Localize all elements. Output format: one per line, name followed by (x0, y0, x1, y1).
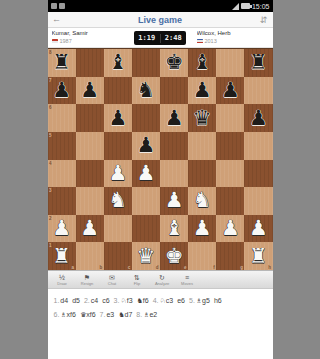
square-h2[interactable]: ♟ (244, 215, 272, 243)
move-black[interactable]: ♛xf6 (80, 311, 96, 318)
analyze-icon: ↻ (159, 274, 165, 281)
square-b2[interactable]: ♟ (76, 215, 104, 243)
coord-rank-3: 3 (49, 188, 52, 193)
player-right: Wilcox, Herb 2013 (197, 30, 269, 44)
black-pawn-b7: ♟ (80, 80, 99, 101)
move-white[interactable]: ♘f3 (120, 297, 132, 304)
square-a6[interactable]: 6 (48, 104, 76, 132)
player-left: Kumar, Samir 1987 (52, 30, 124, 44)
moves-icon: ≡ (185, 274, 189, 281)
square-c8[interactable]: ♝ (104, 49, 132, 77)
square-f6[interactable]: ♛ (188, 104, 216, 132)
player-right-name: Wilcox, Herb (197, 30, 269, 38)
white-pawn-f2: ♟ (193, 218, 212, 239)
flip-icon: ⇅ (134, 274, 140, 281)
white-rook-h1: ♜ (249, 246, 268, 267)
square-h5[interactable] (244, 132, 272, 160)
toolbar-label: Moves (181, 282, 193, 286)
game-clock: 1:19 2:48 (134, 31, 186, 45)
move-number: 1. (54, 297, 60, 304)
white-knight-f3: ♞ (193, 190, 212, 211)
white-pawn-a2: ♟ (52, 218, 71, 239)
coord-rank-6: 6 (49, 105, 52, 110)
status-time: 15:05 (252, 3, 270, 10)
square-e6[interactable]: ♟ (160, 104, 188, 132)
square-b7[interactable]: ♟ (76, 77, 104, 105)
coord-file-f: f (213, 265, 215, 270)
square-e1[interactable]: e♚ (160, 242, 188, 270)
square-d2[interactable] (132, 215, 160, 243)
square-b1[interactable]: b (76, 242, 104, 270)
square-g3[interactable] (216, 187, 244, 215)
flip-board-icon[interactable]: ⇵ (255, 15, 273, 25)
square-g1[interactable]: g (216, 242, 244, 270)
notification-icon (59, 3, 65, 9)
clock-right: 2:48 (161, 34, 187, 42)
square-e7[interactable] (160, 77, 188, 105)
square-g5[interactable] (216, 132, 244, 160)
square-d3[interactable] (132, 187, 160, 215)
white-king-e1: ♚ (165, 246, 184, 267)
move-white[interactable]: ♗xf6 (60, 311, 76, 318)
square-b6[interactable] (76, 104, 104, 132)
battery-icon (241, 3, 250, 9)
black-pawn-h6: ♟ (249, 108, 268, 129)
white-rook-a1: ♜ (52, 246, 71, 267)
square-d8[interactable] (132, 49, 160, 77)
toolbar-flip-button[interactable]: ⇅Flip (125, 274, 150, 286)
black-pawn-d5: ♟ (137, 135, 156, 156)
square-f1[interactable]: f (188, 242, 216, 270)
toolbar-analyze-button[interactable]: ↻Analyze (150, 274, 175, 286)
square-c3[interactable]: ♞ (104, 187, 132, 215)
game-toolbar: ½Draw⚑Resign✉Chat⇅Flip↻Analyze≡Moves (48, 270, 273, 289)
white-pawn-e3: ♟ (165, 190, 184, 211)
square-f4[interactable] (188, 160, 216, 188)
player-left-flag-icon (52, 39, 58, 43)
move-white[interactable]: d4 (60, 297, 68, 304)
coord-file-a: a (72, 265, 75, 270)
signal-icon (232, 3, 239, 10)
toolbar-draw-button[interactable]: ½Draw (50, 274, 75, 286)
square-c4[interactable]: ♟ (104, 160, 132, 188)
square-h6[interactable]: ♟ (244, 104, 272, 132)
square-h1[interactable]: h♜ (244, 242, 272, 270)
draw-icon: ½ (59, 274, 65, 281)
coord-file-g: g (240, 265, 243, 270)
square-b5[interactable] (76, 132, 104, 160)
square-e8[interactable]: ♚ (160, 49, 188, 77)
coord-rank-1: 1 (49, 243, 52, 248)
move-number: 5. (189, 297, 195, 304)
square-d1[interactable]: d♛ (132, 242, 160, 270)
move-white[interactable]: ♗e2 (143, 311, 157, 318)
status-bar: 15:05 (48, 0, 273, 12)
black-rook-a8: ♜ (52, 52, 71, 73)
square-f2[interactable]: ♟ (188, 215, 216, 243)
toolbar-label: Analyze (155, 282, 169, 286)
square-g7[interactable]: ♟ (216, 77, 244, 105)
toolbar-label: Chat (108, 282, 116, 286)
player-right-rating: 2013 (205, 38, 217, 45)
coord-rank-5: 5 (49, 133, 52, 138)
square-b4[interactable] (76, 160, 104, 188)
black-pawn-a7: ♟ (52, 80, 71, 101)
move-number: 2. (84, 297, 90, 304)
square-g8[interactable] (216, 49, 244, 77)
white-pawn-h2: ♟ (249, 218, 268, 239)
square-h3[interactable] (244, 187, 272, 215)
white-pawn-c4: ♟ (108, 163, 127, 184)
white-knight-c3: ♞ (108, 190, 127, 211)
black-pawn-e6: ♟ (165, 108, 184, 129)
square-b8[interactable] (76, 49, 104, 77)
move-black[interactable]: c6 (102, 297, 109, 304)
square-a1[interactable]: 1a♜ (48, 242, 76, 270)
black-pawn-f7: ♟ (193, 80, 212, 101)
black-queen-f6: ♛ (193, 108, 212, 129)
square-f5[interactable] (188, 132, 216, 160)
square-g6[interactable] (216, 104, 244, 132)
move-black[interactable]: e6 (177, 297, 185, 304)
coord-rank-7: 7 (49, 78, 52, 83)
black-pawn-g7: ♟ (221, 80, 240, 101)
square-a7[interactable]: 7♟ (48, 77, 76, 105)
notification-icon (51, 3, 57, 9)
square-b3[interactable] (76, 187, 104, 215)
toolbar-label: Flip (134, 282, 140, 286)
square-c2[interactable] (104, 215, 132, 243)
move-black[interactable]: d5 (72, 297, 80, 304)
coord-file-b: b (100, 265, 103, 270)
square-e4[interactable] (160, 160, 188, 188)
chess-board: 8♜♝♚♝♜7♟♟♞♟♟6♟♟♛♟5♟4♟♟3♞♟♞2♟♟♝♟♟♟1a♜bcd♛… (48, 48, 273, 270)
square-d5[interactable]: ♟ (132, 132, 160, 160)
coord-rank-4: 4 (49, 161, 52, 166)
toolbar-resign-button[interactable]: ⚑Resign (75, 274, 100, 286)
move-line-1: 1.d4d52.c4c63.♘f3♞f64.♘c3e65.♗g5h6 (54, 294, 267, 308)
square-a4[interactable]: 4 (48, 160, 76, 188)
move-white[interactable]: c4 (91, 297, 98, 304)
white-queen-d1: ♛ (137, 246, 156, 267)
toolbar-chat-button[interactable]: ✉Chat (100, 274, 125, 286)
square-h4[interactable] (244, 160, 272, 188)
square-h7[interactable] (244, 77, 272, 105)
move-number: 8. (136, 311, 142, 318)
square-a2[interactable]: 2♟ (48, 215, 76, 243)
square-g2[interactable]: ♟ (216, 215, 244, 243)
square-c5[interactable] (104, 132, 132, 160)
toolbar-label: Resign (81, 282, 93, 286)
move-white[interactable]: ♘c3 (160, 297, 174, 304)
black-pawn-c6: ♟ (108, 108, 127, 129)
square-e2[interactable]: ♝ (160, 215, 188, 243)
square-a3[interactable]: 3 (48, 187, 76, 215)
app-window: 15:05 ← Live game ⇵ Kumar, Samir 1987 1:… (48, 0, 273, 359)
page-title: Live game (48, 15, 273, 25)
black-rook-h8: ♜ (249, 52, 268, 73)
square-d4[interactable]: ♟ (132, 160, 160, 188)
square-h8[interactable]: ♜ (244, 49, 272, 77)
coord-rank-8: 8 (49, 50, 52, 55)
square-a8[interactable]: 8♜ (48, 49, 76, 77)
square-f8[interactable]: ♝ (188, 49, 216, 77)
coord-file-e: e (184, 265, 187, 270)
move-black[interactable]: ♞f6 (137, 297, 149, 304)
move-white[interactable]: ♗g5 (196, 297, 210, 304)
white-bishop-e2: ♝ (165, 218, 184, 239)
move-number: 3. (114, 297, 120, 304)
resign-icon: ⚑ (84, 274, 90, 281)
coord-file-h: h (268, 265, 271, 270)
coord-rank-2: 2 (49, 216, 52, 221)
white-pawn-g2: ♟ (221, 218, 240, 239)
player-left-name: Kumar, Samir (52, 30, 124, 38)
black-bishop-f8: ♝ (193, 52, 212, 73)
clock-left: 1:19 (134, 34, 160, 42)
move-white[interactable]: e3 (106, 311, 114, 318)
black-king-e8: ♚ (165, 52, 184, 73)
white-pawn-d4: ♟ (137, 163, 156, 184)
move-number: 6. (54, 311, 60, 318)
move-number: 4. (153, 297, 159, 304)
app-bar: ← Live game ⇵ (48, 12, 273, 28)
square-e5[interactable] (160, 132, 188, 160)
player-left-rating: 1987 (60, 38, 72, 45)
white-pawn-b2: ♟ (80, 218, 99, 239)
black-bishop-c8: ♝ (108, 52, 127, 73)
move-number: 7. (100, 311, 106, 318)
coord-file-d: d (156, 265, 159, 270)
move-black[interactable]: h6 (214, 297, 222, 304)
square-g4[interactable] (216, 160, 244, 188)
square-e3[interactable]: ♟ (160, 187, 188, 215)
square-a5[interactable]: 5 (48, 132, 76, 160)
move-black[interactable]: ♞d7 (118, 311, 132, 318)
toolbar-moves-button[interactable]: ≡Moves (175, 274, 200, 286)
square-c7[interactable] (104, 77, 132, 105)
square-f7[interactable]: ♟ (188, 77, 216, 105)
toolbar-label: Draw (57, 282, 66, 286)
square-d7[interactable]: ♞ (132, 77, 160, 105)
coord-file-c: c (128, 265, 131, 270)
black-knight-d7: ♞ (137, 80, 156, 101)
move-list[interactable]: 1.d4d52.c4c63.♘f3♞f64.♘c3e65.♗g5h66.♗xf6… (48, 289, 273, 327)
player-bar: Kumar, Samir 1987 1:19 2:48 Wilcox, Herb… (48, 28, 273, 48)
back-button[interactable]: ← (48, 12, 66, 27)
chat-icon: ✉ (109, 274, 115, 281)
player-right-flag-icon (197, 39, 203, 43)
square-f3[interactable]: ♞ (188, 187, 216, 215)
square-c6[interactable]: ♟ (104, 104, 132, 132)
move-line-2: 6.♗xf6♛xf67.e3♞d78.♗e2 (54, 308, 267, 322)
square-c1[interactable]: c (104, 242, 132, 270)
square-d6[interactable] (132, 104, 160, 132)
